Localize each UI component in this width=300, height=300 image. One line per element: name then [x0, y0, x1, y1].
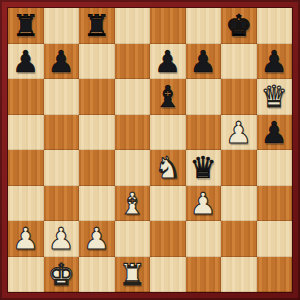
piece-black-queen[interactable]: ♛	[190, 150, 217, 186]
square-e8[interactable]	[150, 8, 186, 44]
square-a4[interactable]	[8, 150, 44, 186]
square-b5[interactable]	[44, 115, 80, 151]
square-h8[interactable]	[257, 8, 293, 44]
square-d5[interactable]	[115, 115, 151, 151]
square-g4[interactable]	[221, 150, 257, 186]
square-f3[interactable]: ♟	[186, 186, 222, 222]
square-c6[interactable]	[79, 79, 115, 115]
square-a1[interactable]	[8, 257, 44, 293]
square-c5[interactable]	[79, 115, 115, 151]
square-h1[interactable]	[257, 257, 293, 293]
piece-white-king[interactable]: ♚	[48, 257, 75, 293]
square-d6[interactable]	[115, 79, 151, 115]
square-a2[interactable]: ♟	[8, 221, 44, 257]
square-b7[interactable]: ♟	[44, 44, 80, 80]
piece-black-pawn[interactable]: ♟	[261, 115, 288, 151]
square-h5[interactable]: ♟	[257, 115, 293, 151]
piece-black-king[interactable]: ♚	[225, 8, 252, 44]
piece-white-knight[interactable]: ♞	[154, 150, 181, 186]
square-e4[interactable]: ♞	[150, 150, 186, 186]
square-b2[interactable]: ♟	[44, 221, 80, 257]
piece-black-pawn[interactable]: ♟	[190, 44, 217, 80]
square-f2[interactable]	[186, 221, 222, 257]
piece-white-pawn[interactable]: ♟	[12, 221, 39, 257]
square-e3[interactable]	[150, 186, 186, 222]
square-h6[interactable]: ♛	[257, 79, 293, 115]
piece-white-rook[interactable]: ♜	[119, 257, 146, 293]
square-e6[interactable]: ♝	[150, 79, 186, 115]
piece-white-pawn[interactable]: ♟	[48, 221, 75, 257]
square-a6[interactable]	[8, 79, 44, 115]
square-a5[interactable]	[8, 115, 44, 151]
square-f7[interactable]: ♟	[186, 44, 222, 80]
square-g6[interactable]	[221, 79, 257, 115]
square-b3[interactable]	[44, 186, 80, 222]
square-d7[interactable]	[115, 44, 151, 80]
square-d2[interactable]	[115, 221, 151, 257]
square-f5[interactable]	[186, 115, 222, 151]
square-g8[interactable]: ♚	[221, 8, 257, 44]
square-a3[interactable]	[8, 186, 44, 222]
square-e5[interactable]	[150, 115, 186, 151]
square-c7[interactable]	[79, 44, 115, 80]
square-e7[interactable]: ♟	[150, 44, 186, 80]
square-b8[interactable]	[44, 8, 80, 44]
square-h7[interactable]: ♟	[257, 44, 293, 80]
square-c4[interactable]	[79, 150, 115, 186]
square-c3[interactable]	[79, 186, 115, 222]
square-f4[interactable]: ♛	[186, 150, 222, 186]
square-b6[interactable]	[44, 79, 80, 115]
piece-white-pawn[interactable]: ♟	[83, 221, 110, 257]
square-b4[interactable]	[44, 150, 80, 186]
piece-black-bishop[interactable]: ♝	[154, 79, 181, 115]
piece-white-bishop[interactable]: ♝	[119, 186, 146, 222]
piece-white-pawn[interactable]: ♟	[190, 186, 217, 222]
square-c1[interactable]	[79, 257, 115, 293]
square-d1[interactable]: ♜	[115, 257, 151, 293]
square-g7[interactable]	[221, 44, 257, 80]
square-g5[interactable]: ♟	[221, 115, 257, 151]
square-d8[interactable]	[115, 8, 151, 44]
square-e2[interactable]	[150, 221, 186, 257]
piece-black-pawn[interactable]: ♟	[154, 44, 181, 80]
piece-black-pawn[interactable]: ♟	[48, 44, 75, 80]
square-f6[interactable]	[186, 79, 222, 115]
square-h2[interactable]	[257, 221, 293, 257]
square-h4[interactable]	[257, 150, 293, 186]
square-c2[interactable]: ♟	[79, 221, 115, 257]
square-b1[interactable]: ♚	[44, 257, 80, 293]
square-a7[interactable]: ♟	[8, 44, 44, 80]
piece-black-rook[interactable]: ♜	[83, 8, 110, 44]
piece-white-queen[interactable]: ♛	[261, 79, 288, 115]
square-e1[interactable]	[150, 257, 186, 293]
square-g1[interactable]	[221, 257, 257, 293]
square-f8[interactable]	[186, 8, 222, 44]
square-g2[interactable]	[221, 221, 257, 257]
board-frame: ♜♜♚♟♟♟♟♟♝♛♟♟♞♛♝♟♟♟♟♚♜	[0, 0, 300, 300]
square-g3[interactable]	[221, 186, 257, 222]
square-c8[interactable]: ♜	[79, 8, 115, 44]
piece-black-pawn[interactable]: ♟	[12, 44, 39, 80]
piece-black-rook[interactable]: ♜	[12, 8, 39, 44]
piece-white-pawn[interactable]: ♟	[225, 115, 252, 151]
square-d4[interactable]	[115, 150, 151, 186]
square-d3[interactable]: ♝	[115, 186, 151, 222]
piece-black-pawn[interactable]: ♟	[261, 44, 288, 80]
chess-board: ♜♜♚♟♟♟♟♟♝♛♟♟♞♛♝♟♟♟♟♚♜	[8, 8, 292, 292]
square-a8[interactable]: ♜	[8, 8, 44, 44]
square-f1[interactable]	[186, 257, 222, 293]
square-h3[interactable]	[257, 186, 293, 222]
